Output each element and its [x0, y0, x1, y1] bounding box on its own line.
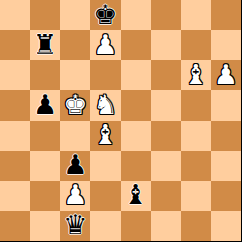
- square-e4[interactable]: [121, 121, 151, 151]
- square-b3[interactable]: [30, 151, 60, 181]
- square-g3[interactable]: [181, 151, 211, 181]
- square-e8[interactable]: [121, 0, 151, 30]
- square-d4[interactable]: ♝: [90, 121, 120, 151]
- square-e3[interactable]: [121, 151, 151, 181]
- square-h4[interactable]: [211, 121, 241, 151]
- square-f4[interactable]: [151, 121, 181, 151]
- square-f7[interactable]: [151, 30, 181, 60]
- square-f1[interactable]: [151, 211, 181, 241]
- square-d7[interactable]: ♟: [90, 30, 120, 60]
- square-g8[interactable]: [181, 0, 211, 30]
- square-e1[interactable]: [121, 211, 151, 241]
- square-c2[interactable]: ♟: [60, 181, 90, 211]
- square-d8[interactable]: ♚: [90, 0, 120, 30]
- black-rook[interactable]: ♜: [33, 31, 57, 58]
- square-g7[interactable]: [181, 30, 211, 60]
- square-f2[interactable]: [151, 181, 181, 211]
- white-bishop[interactable]: ♝: [93, 121, 117, 148]
- square-a2[interactable]: [0, 181, 30, 211]
- square-f5[interactable]: [151, 90, 181, 120]
- white-pawn[interactable]: ♟: [214, 61, 238, 88]
- black-queen[interactable]: ♛: [63, 211, 87, 238]
- square-c3[interactable]: ♟: [60, 151, 90, 181]
- white-pawn[interactable]: ♟: [63, 181, 87, 208]
- square-c1[interactable]: ♛: [60, 211, 90, 241]
- black-king[interactable]: ♚: [93, 1, 117, 28]
- square-a1[interactable]: [0, 211, 30, 241]
- square-h8[interactable]: [211, 0, 241, 30]
- square-b6[interactable]: [30, 60, 60, 90]
- square-g1[interactable]: [181, 211, 211, 241]
- square-b2[interactable]: [30, 181, 60, 211]
- square-h6[interactable]: ♟: [211, 60, 241, 90]
- square-e2[interactable]: ♝: [121, 181, 151, 211]
- square-d3[interactable]: [90, 151, 120, 181]
- square-e6[interactable]: [121, 60, 151, 90]
- square-a3[interactable]: [0, 151, 30, 181]
- chess-board-diagram: ♚♜♟♝♟♟♚♞♝♟♟♝♛: [0, 0, 242, 242]
- square-d1[interactable]: [90, 211, 120, 241]
- square-b4[interactable]: [30, 121, 60, 151]
- square-c6[interactable]: [60, 60, 90, 90]
- square-h3[interactable]: [211, 151, 241, 181]
- square-b8[interactable]: [30, 0, 60, 30]
- square-b7[interactable]: ♜: [30, 30, 60, 60]
- square-b5[interactable]: ♟: [30, 90, 60, 120]
- square-c8[interactable]: [60, 0, 90, 30]
- square-g2[interactable]: [181, 181, 211, 211]
- square-e7[interactable]: [121, 30, 151, 60]
- square-g5[interactable]: [181, 90, 211, 120]
- white-bishop[interactable]: ♝: [184, 61, 208, 88]
- square-g4[interactable]: [181, 121, 211, 151]
- square-f3[interactable]: [151, 151, 181, 181]
- square-c7[interactable]: [60, 30, 90, 60]
- square-h7[interactable]: [211, 30, 241, 60]
- square-a7[interactable]: [0, 30, 30, 60]
- square-d2[interactable]: [90, 181, 120, 211]
- black-pawn[interactable]: ♟: [63, 151, 87, 178]
- square-a5[interactable]: [0, 90, 30, 120]
- square-h1[interactable]: [211, 211, 241, 241]
- square-c4[interactable]: [60, 121, 90, 151]
- square-d5[interactable]: ♞: [90, 90, 120, 120]
- square-g6[interactable]: ♝: [181, 60, 211, 90]
- square-h2[interactable]: [211, 181, 241, 211]
- square-a8[interactable]: [0, 0, 30, 30]
- square-h5[interactable]: [211, 90, 241, 120]
- square-e5[interactable]: [121, 90, 151, 120]
- square-f6[interactable]: [151, 60, 181, 90]
- square-a6[interactable]: [0, 60, 30, 90]
- black-bishop[interactable]: ♝: [123, 181, 147, 208]
- white-knight[interactable]: ♞: [93, 91, 117, 118]
- white-king[interactable]: ♚: [63, 91, 87, 118]
- square-d6[interactable]: [90, 60, 120, 90]
- square-f8[interactable]: [151, 0, 181, 30]
- square-a4[interactable]: [0, 121, 30, 151]
- chess-board: ♚♜♟♝♟♟♚♞♝♟♟♝♛: [0, 0, 242, 242]
- black-pawn[interactable]: ♟: [33, 91, 57, 118]
- square-b1[interactable]: [30, 211, 60, 241]
- white-pawn[interactable]: ♟: [93, 31, 117, 58]
- square-c5[interactable]: ♚: [60, 90, 90, 120]
